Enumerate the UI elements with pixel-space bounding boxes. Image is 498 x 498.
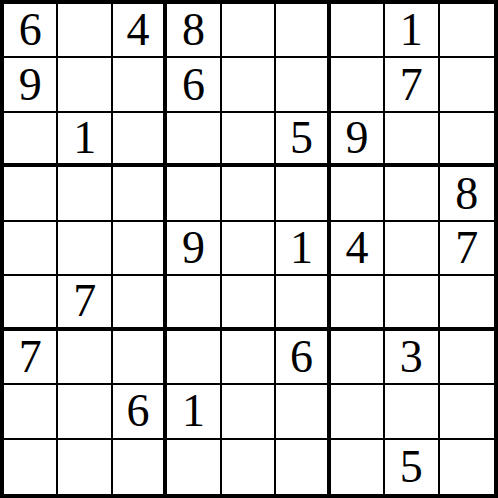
cell-r3c5[interactable] (222, 113, 276, 167)
cell-r8c2[interactable] (58, 385, 112, 439)
cell-r8c9[interactable] (440, 385, 494, 439)
cell-r4c2[interactable] (58, 167, 112, 221)
cell-r9c1[interactable] (4, 440, 58, 494)
cell-r6c7[interactable] (331, 276, 385, 330)
cell-r2c6[interactable] (276, 58, 330, 112)
cell-r1c8[interactable]: 1 (385, 4, 439, 58)
cell-r4c3[interactable] (113, 167, 167, 221)
cell-r5c3[interactable] (113, 222, 167, 276)
cell-r1c9[interactable] (440, 4, 494, 58)
cell-r5c1[interactable] (4, 222, 58, 276)
cell-r6c9[interactable] (440, 276, 494, 330)
cell-r9c5[interactable] (222, 440, 276, 494)
cell-r8c8[interactable] (385, 385, 439, 439)
cell-r6c6[interactable] (276, 276, 330, 330)
cell-r5c6[interactable]: 1 (276, 222, 330, 276)
cell-r6c3[interactable] (113, 276, 167, 330)
cell-r5c2[interactable] (58, 222, 112, 276)
cell-r4c9[interactable]: 8 (440, 167, 494, 221)
cell-r5c7[interactable]: 4 (331, 222, 385, 276)
cell-r9c8[interactable]: 5 (385, 440, 439, 494)
cell-r4c8[interactable] (385, 167, 439, 221)
cell-r1c7[interactable] (331, 4, 385, 58)
cell-r7c3[interactable] (113, 331, 167, 385)
cell-r7c1[interactable]: 7 (4, 331, 58, 385)
cell-r2c8[interactable]: 7 (385, 58, 439, 112)
cell-r9c6[interactable] (276, 440, 330, 494)
cell-r2c2[interactable] (58, 58, 112, 112)
cell-r6c1[interactable] (4, 276, 58, 330)
cell-r6c5[interactable] (222, 276, 276, 330)
cell-r1c6[interactable] (276, 4, 330, 58)
cell-r3c7[interactable]: 9 (331, 113, 385, 167)
cell-r2c3[interactable] (113, 58, 167, 112)
cell-r8c3[interactable]: 6 (113, 385, 167, 439)
cell-r7c2[interactable] (58, 331, 112, 385)
cell-r2c7[interactable] (331, 58, 385, 112)
cell-r1c2[interactable] (58, 4, 112, 58)
cell-r7c4[interactable] (167, 331, 221, 385)
cell-r4c4[interactable] (167, 167, 221, 221)
cell-r1c5[interactable] (222, 4, 276, 58)
cell-r3c2[interactable]: 1 (58, 113, 112, 167)
cell-r6c4[interactable] (167, 276, 221, 330)
cell-r8c5[interactable] (222, 385, 276, 439)
cell-r3c6[interactable]: 5 (276, 113, 330, 167)
cell-r8c6[interactable] (276, 385, 330, 439)
cell-r7c7[interactable] (331, 331, 385, 385)
cell-r9c7[interactable] (331, 440, 385, 494)
cell-r5c4[interactable]: 9 (167, 222, 221, 276)
cell-r6c8[interactable] (385, 276, 439, 330)
cell-r3c8[interactable] (385, 113, 439, 167)
sudoku-board: 6481967159891477763615 (0, 0, 498, 498)
cell-r4c7[interactable] (331, 167, 385, 221)
cell-r5c8[interactable] (385, 222, 439, 276)
cell-r3c9[interactable] (440, 113, 494, 167)
cell-r2c5[interactable] (222, 58, 276, 112)
cell-r2c4[interactable]: 6 (167, 58, 221, 112)
cell-r3c3[interactable] (113, 113, 167, 167)
cell-r4c1[interactable] (4, 167, 58, 221)
cell-r5c9[interactable]: 7 (440, 222, 494, 276)
cell-r8c7[interactable] (331, 385, 385, 439)
cell-r2c9[interactable] (440, 58, 494, 112)
cell-r8c4[interactable]: 1 (167, 385, 221, 439)
cell-r7c6[interactable]: 6 (276, 331, 330, 385)
cell-r1c4[interactable]: 8 (167, 4, 221, 58)
cell-r3c4[interactable] (167, 113, 221, 167)
cell-r5c5[interactable] (222, 222, 276, 276)
cell-r3c1[interactable] (4, 113, 58, 167)
cell-r7c5[interactable] (222, 331, 276, 385)
cell-r6c2[interactable]: 7 (58, 276, 112, 330)
cell-r7c9[interactable] (440, 331, 494, 385)
cell-r9c2[interactable] (58, 440, 112, 494)
cell-r7c8[interactable]: 3 (385, 331, 439, 385)
cell-r1c1[interactable]: 6 (4, 4, 58, 58)
cell-r2c1[interactable]: 9 (4, 58, 58, 112)
cell-r9c9[interactable] (440, 440, 494, 494)
cell-r4c6[interactable] (276, 167, 330, 221)
cell-r9c4[interactable] (167, 440, 221, 494)
cell-r1c3[interactable]: 4 (113, 4, 167, 58)
cell-r4c5[interactable] (222, 167, 276, 221)
cell-r8c1[interactable] (4, 385, 58, 439)
cell-r9c3[interactable] (113, 440, 167, 494)
